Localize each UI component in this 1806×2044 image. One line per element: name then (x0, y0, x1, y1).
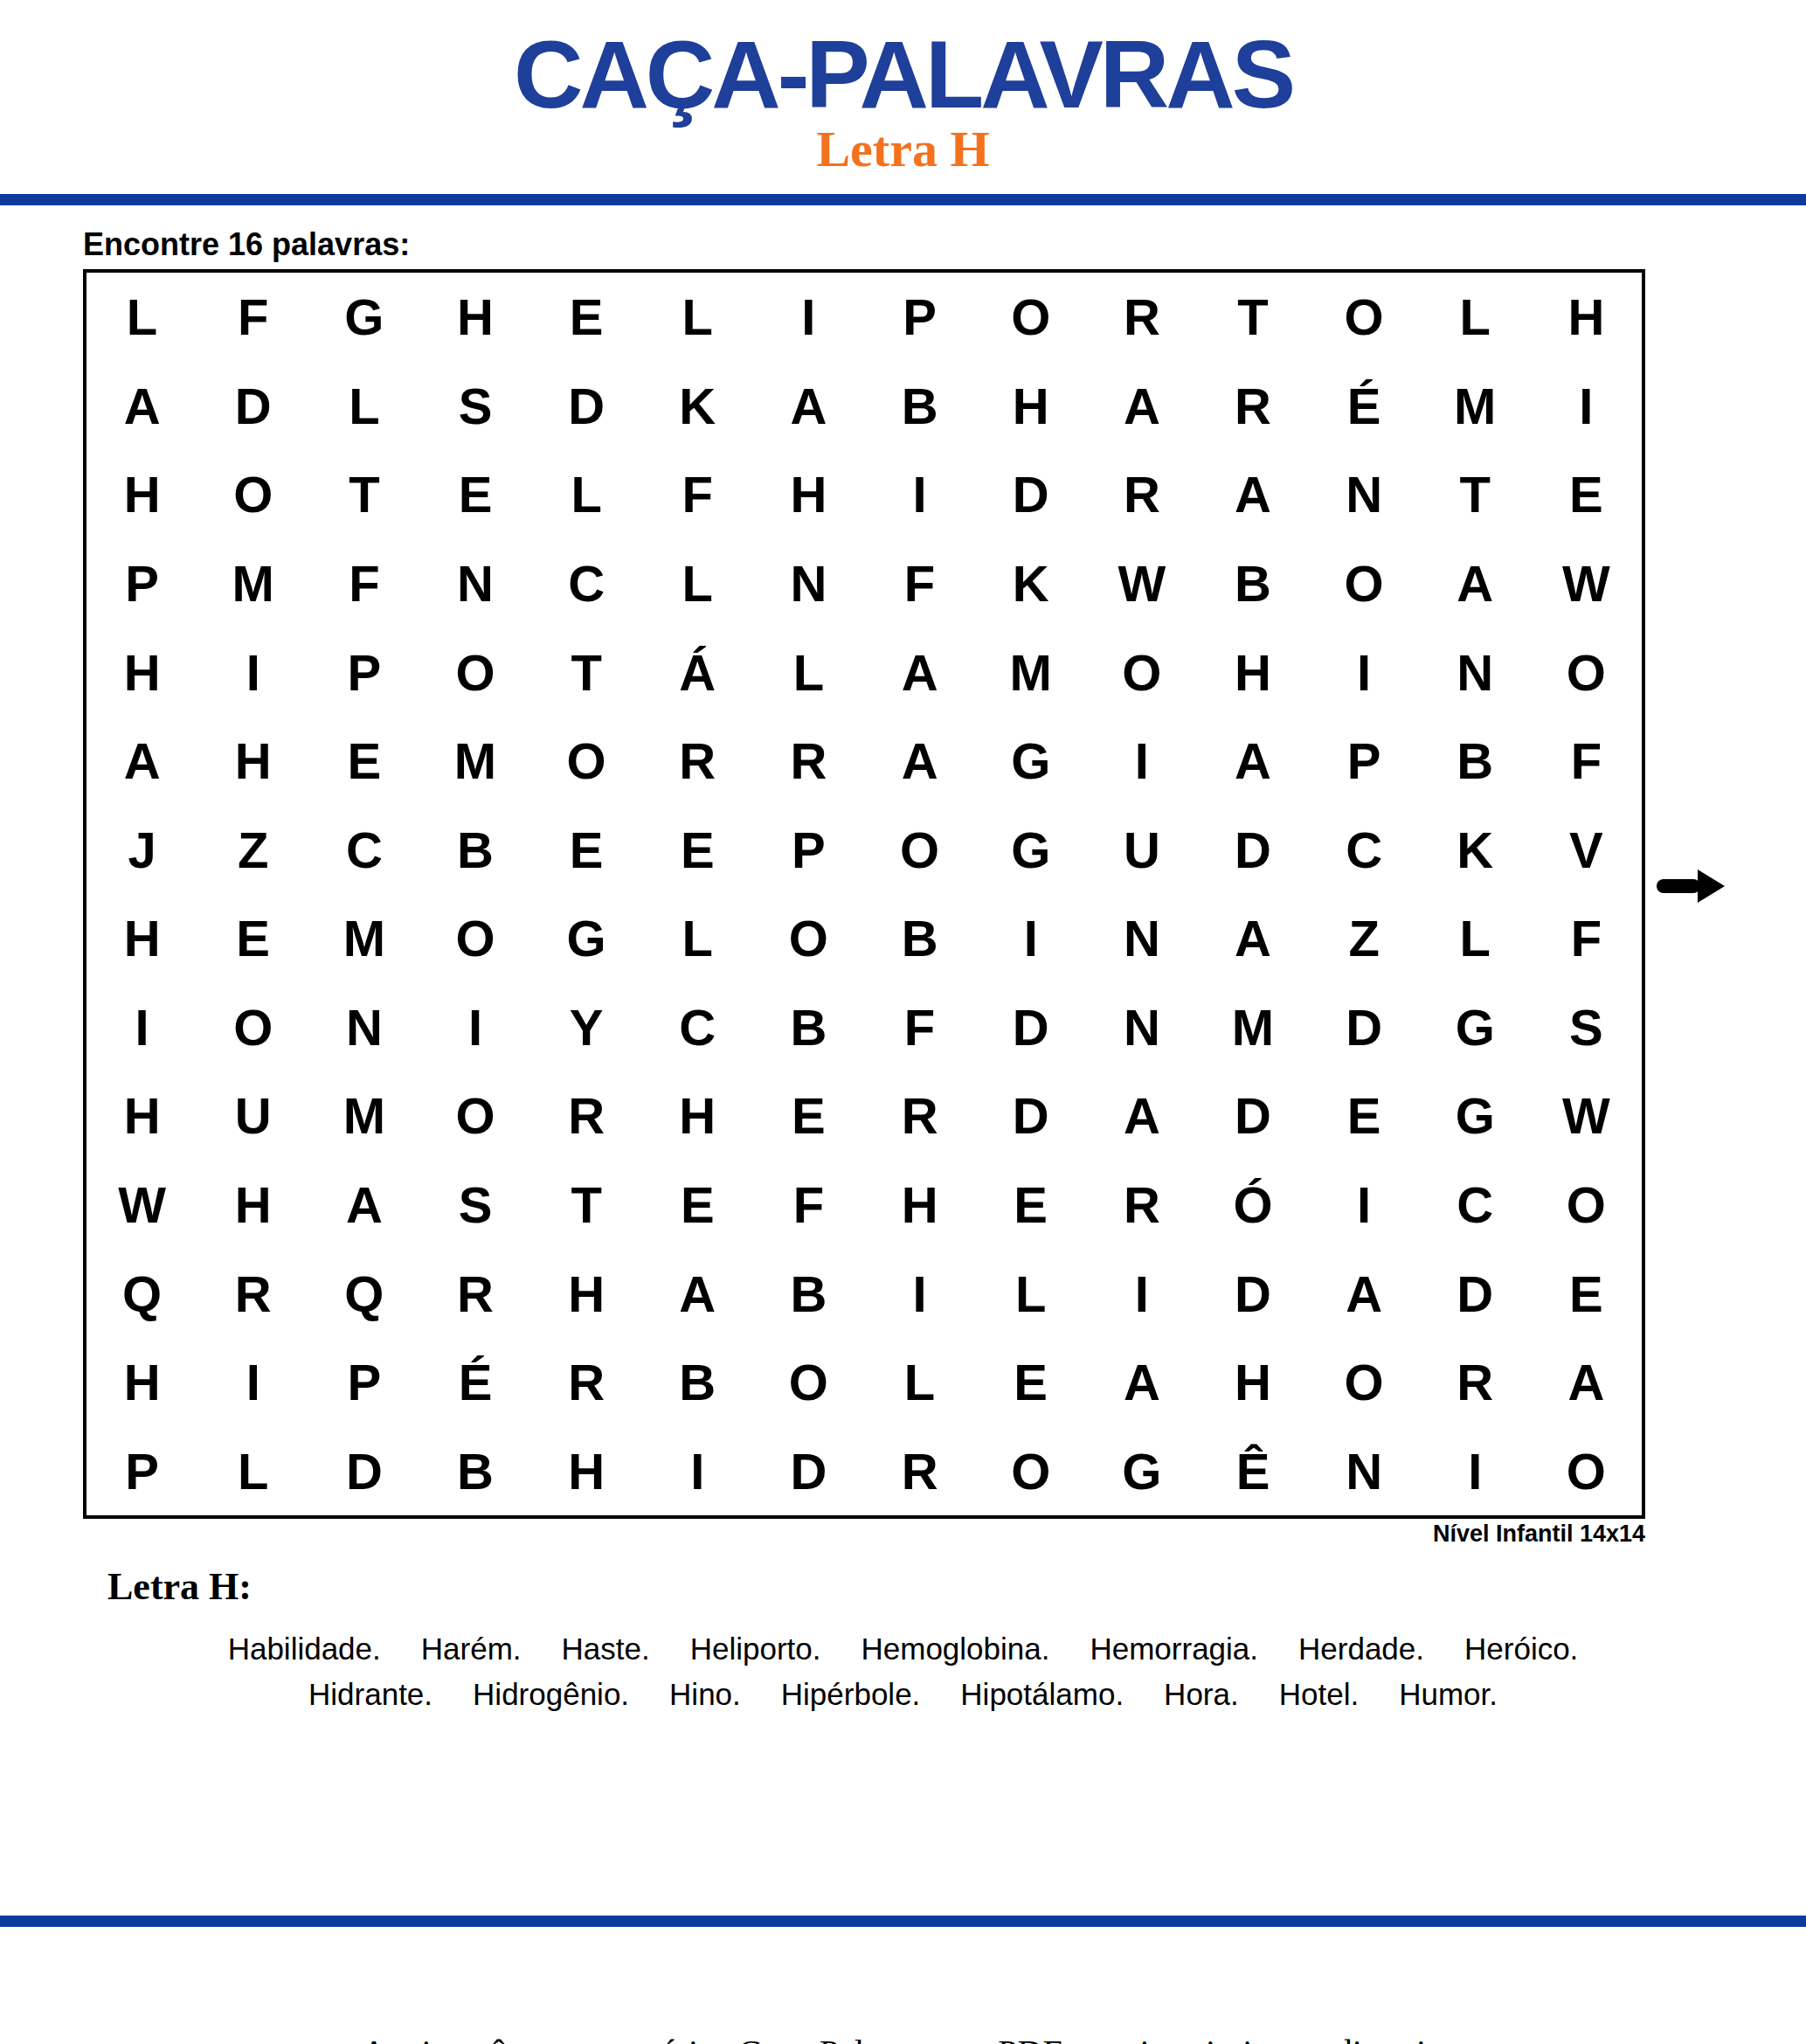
grid-cell[interactable]: M (1197, 983, 1308, 1072)
grid-cell[interactable]: F (864, 539, 975, 628)
grid-cell[interactable]: T (308, 450, 419, 539)
grid-cell[interactable]: O (419, 1071, 530, 1161)
word-list-title: Letra H: (107, 1568, 252, 1606)
grid-cell[interactable]: A (1420, 539, 1531, 628)
grid-cell[interactable]: H (642, 1071, 753, 1161)
grid-cell[interactable]: C (642, 983, 753, 1072)
grid-cell[interactable]: U (197, 1071, 308, 1161)
page-subtitle: Letra H (0, 124, 1806, 175)
grid-cell[interactable]: M (975, 627, 1086, 717)
word-list-item: Hidrante. (308, 1679, 432, 1709)
grid-cell[interactable]: O (1309, 539, 1420, 628)
grid-cell[interactable]: D (1197, 805, 1308, 894)
word-search-grid[interactable]: LFGHELIPORTOLHADLSDKABHARÉMIHOTELFHIDRAN… (83, 269, 1645, 1519)
grid-cell[interactable]: E (531, 273, 642, 362)
grid-cell[interactable]: A (642, 1249, 753, 1338)
grid-cell[interactable]: P (308, 627, 419, 717)
grid-cell[interactable]: A (1197, 894, 1308, 983)
grid-cell[interactable]: O (1531, 627, 1642, 717)
grid-cell[interactable]: L (308, 362, 419, 451)
grid-cell[interactable]: O (419, 627, 530, 717)
grid-cell[interactable]: H (86, 1338, 197, 1427)
grid-cell[interactable]: H (1197, 627, 1308, 717)
grid-cell[interactable]: F (642, 450, 753, 539)
grid-cell[interactable]: B (419, 1426, 530, 1515)
instruction-label: Encontre 16 palavras: (83, 229, 410, 260)
word-list-item: Heróico. (1464, 1633, 1578, 1664)
grid-cell[interactable]: O (975, 273, 1086, 362)
grid-cell[interactable]: Ó (1197, 1161, 1308, 1250)
grid-cell[interactable]: I (197, 1338, 308, 1427)
level-label: Nível Infantil 14x14 (1433, 1522, 1645, 1546)
grid-cell[interactable]: G (975, 805, 1086, 894)
word-list-item: Herdade. (1298, 1633, 1424, 1664)
word-list-item: Humor. (1399, 1679, 1498, 1709)
grid-cell[interactable]: D (1309, 983, 1420, 1072)
grid-cell[interactable]: O (419, 894, 530, 983)
grid-cell[interactable]: P (308, 1338, 419, 1427)
grid-cell[interactable]: S (419, 362, 530, 451)
grid-cell[interactable]: V (1531, 805, 1642, 894)
grid-cell[interactable]: E (1309, 1071, 1420, 1161)
page: CAÇA-PALAVRAS Letra H Encontre 16 palavr… (0, 0, 1806, 2044)
grid-cell[interactable]: F (197, 273, 308, 362)
grid-cell[interactable]: D (975, 983, 1086, 1072)
grid-cell[interactable]: H (753, 450, 864, 539)
grid-cell[interactable]: O (753, 1338, 864, 1427)
grid-cell[interactable]: E (1531, 450, 1642, 539)
grid-cell[interactable]: D (531, 362, 642, 451)
grid-cell[interactable]: L (642, 894, 753, 983)
grid-cell[interactable]: Á (642, 627, 753, 717)
grid-cell[interactable]: D (1420, 1249, 1531, 1338)
grid-cell[interactable]: P (86, 1426, 197, 1515)
grid-cell[interactable]: B (864, 362, 975, 451)
grid-cell[interactable]: A (1197, 450, 1308, 539)
grid-cell[interactable]: H (197, 717, 308, 806)
grid-cell[interactable]: P (753, 805, 864, 894)
grid-cell[interactable]: A (1086, 362, 1197, 451)
grid-cell[interactable]: T (1420, 450, 1531, 539)
grid-cell[interactable]: H (86, 894, 197, 983)
footer: Aqui você encontra vários Caça-Palavras … (0, 1952, 1806, 2044)
grid-cell[interactable]: H (86, 450, 197, 539)
grid-cell[interactable]: T (531, 627, 642, 717)
grid-cell[interactable]: N (308, 983, 419, 1072)
grid-cell[interactable]: I (642, 1426, 753, 1515)
grid-cell[interactable]: R (531, 1338, 642, 1427)
grid-cell[interactable]: É (419, 1338, 530, 1427)
grid-cell[interactable]: O (531, 717, 642, 806)
grid-cell[interactable]: H (1197, 1338, 1308, 1427)
word-list-line-1: Habilidade.Harém.Haste.Heliporto.Hemoglo… (0, 1633, 1806, 1664)
right-arrow-tail (1657, 879, 1700, 893)
grid-cell[interactable]: L (975, 1249, 1086, 1338)
grid-cell[interactable]: O (1309, 273, 1420, 362)
grid-cell[interactable]: B (642, 1338, 753, 1427)
grid-cell[interactable]: E (531, 805, 642, 894)
grid-cell[interactable]: Q (308, 1249, 419, 1338)
grid-cell[interactable]: R (1086, 273, 1197, 362)
word-list-item: Hemorragia. (1090, 1633, 1258, 1664)
grid-cell[interactable]: N (1086, 894, 1197, 983)
grid-cell[interactable]: D (308, 1426, 419, 1515)
grid-cell[interactable]: D (1197, 1249, 1308, 1338)
grid-cell[interactable]: B (1420, 717, 1531, 806)
grid-cell[interactable]: Q (86, 1249, 197, 1338)
word-list-item: Hidrogênio. (473, 1679, 629, 1709)
grid-cell[interactable]: C (531, 539, 642, 628)
grid-cell[interactable]: H (1531, 273, 1642, 362)
grid-cell[interactable]: M (308, 894, 419, 983)
grid-cell[interactable]: D (197, 362, 308, 451)
grid-cell[interactable]: F (1531, 717, 1642, 806)
grid-cell[interactable]: Z (197, 805, 308, 894)
grid-cell[interactable]: P (86, 539, 197, 628)
grid-cell[interactable]: R (197, 1249, 308, 1338)
grid-cell[interactable]: L (864, 1338, 975, 1427)
grid-cell[interactable]: O (1309, 1338, 1420, 1427)
grid-cell[interactable]: J (86, 805, 197, 894)
grid-cell[interactable]: T (531, 1161, 642, 1250)
grid-cell[interactable]: I (1086, 717, 1197, 806)
grid-cell[interactable]: N (1420, 627, 1531, 717)
grid-cell[interactable]: M (419, 717, 530, 806)
grid-cell[interactable]: F (753, 1161, 864, 1250)
grid-cell[interactable]: I (1531, 362, 1642, 451)
grid-cell[interactable]: R (864, 1071, 975, 1161)
grid-cell[interactable]: T (1197, 273, 1308, 362)
grid-cell[interactable]: A (86, 362, 197, 451)
grid-cell[interactable]: G (308, 273, 419, 362)
grid-cell[interactable]: K (975, 539, 1086, 628)
grid-cell[interactable]: D (975, 450, 1086, 539)
grid-cell[interactable]: G (531, 894, 642, 983)
grid-cell[interactable]: B (864, 894, 975, 983)
word-list-item: Hino. (669, 1679, 741, 1709)
grid-cell[interactable]: D (975, 1071, 1086, 1161)
word-list-item: Heliporto. (690, 1633, 821, 1664)
grid-cell[interactable]: H (531, 1426, 642, 1515)
grid-cell[interactable]: S (419, 1161, 530, 1250)
grid-cell[interactable]: M (308, 1071, 419, 1161)
grid-cell[interactable]: H (975, 362, 1086, 451)
grid-cell[interactable]: I (864, 1249, 975, 1338)
grid-cell[interactable]: H (86, 627, 197, 717)
grid-cell[interactable]: W (1531, 1071, 1642, 1161)
grid-cell[interactable]: R (1086, 1161, 1197, 1250)
grid-cell[interactable]: B (1197, 539, 1308, 628)
grid-cell[interactable]: É (1309, 362, 1420, 451)
grid-cell[interactable]: O (1531, 1161, 1642, 1250)
grid-cell[interactable]: G (1086, 1426, 1197, 1515)
grid-cell[interactable]: O (197, 983, 308, 1072)
grid-cell[interactable]: C (1309, 805, 1420, 894)
grid-cell[interactable]: I (197, 627, 308, 717)
grid-cell[interactable]: R (642, 717, 753, 806)
grid-cell[interactable]: Y (531, 983, 642, 1072)
grid-cell[interactable]: A (1086, 1338, 1197, 1427)
word-list-item: Habilidade. (228, 1633, 381, 1664)
word-list-item: Haste. (562, 1633, 650, 1664)
word-list-item: Hemoglobina. (861, 1633, 1049, 1664)
word-list-line-2: Hidrante.Hidrogênio.Hino.Hipérbole.Hipot… (0, 1679, 1806, 1709)
grid-cell[interactable]: O (1086, 627, 1197, 717)
grid-cell[interactable]: I (1420, 1426, 1531, 1515)
word-list-item: Harém. (421, 1633, 522, 1664)
grid-cell[interactable]: L (1420, 273, 1531, 362)
grid-cell[interactable]: W (86, 1161, 197, 1250)
bottom-divider (0, 1916, 1806, 1927)
grid-cell[interactable]: L (642, 273, 753, 362)
grid-cell[interactable]: F (864, 983, 975, 1072)
grid-cell[interactable]: A (1197, 717, 1308, 806)
right-arrow-head (1698, 870, 1725, 903)
grid-cell[interactable]: M (1420, 362, 1531, 451)
grid-cell[interactable]: A (864, 717, 975, 806)
top-divider (0, 194, 1806, 205)
grid-cell[interactable]: L (1420, 894, 1531, 983)
grid-cell[interactable]: E (753, 1071, 864, 1161)
grid-cell[interactable]: Ê (1197, 1426, 1308, 1515)
grid-cell[interactable]: S (1531, 983, 1642, 1072)
footer-line-1: Aqui você encontra vários Caça-Palavras … (0, 2033, 1806, 2044)
grid-cell[interactable]: U (1086, 805, 1197, 894)
grid-cell[interactable]: F (1531, 894, 1642, 983)
grid-cell[interactable]: O (197, 450, 308, 539)
grid-cell[interactable]: O (753, 894, 864, 983)
grid-cell[interactable]: B (753, 1249, 864, 1338)
grid-cell[interactable]: R (1420, 1338, 1531, 1427)
grid-cell[interactable]: B (419, 805, 530, 894)
grid-cell[interactable]: G (1420, 983, 1531, 1072)
grid-cell[interactable]: L (753, 627, 864, 717)
grid-cell[interactable]: B (753, 983, 864, 1072)
grid-cell[interactable]: K (1420, 805, 1531, 894)
grid-cell[interactable]: L (642, 539, 753, 628)
grid-cell[interactable]: I (864, 450, 975, 539)
grid-cell[interactable]: R (864, 1426, 975, 1515)
grid-cell[interactable]: E (1531, 1249, 1642, 1338)
grid-cell[interactable]: G (975, 717, 1086, 806)
grid-cell[interactable]: A (86, 717, 197, 806)
grid-cell[interactable]: E (197, 894, 308, 983)
grid-cell[interactable]: I (1309, 627, 1420, 717)
page-title: CAÇA-PALAVRAS (0, 26, 1806, 122)
grid-cell[interactable]: L (197, 1426, 308, 1515)
grid-cell[interactable]: O (975, 1426, 1086, 1515)
grid-cell[interactable]: P (1309, 717, 1420, 806)
grid-cell[interactable]: G (1420, 1071, 1531, 1161)
grid-cell[interactable]: E (975, 1338, 1086, 1427)
grid-cell[interactable]: E (642, 1161, 753, 1250)
grid-cell[interactable]: L (86, 273, 197, 362)
grid-cell[interactable]: F (308, 539, 419, 628)
grid-cell[interactable]: W (1086, 539, 1197, 628)
grid-cell[interactable]: A (308, 1161, 419, 1250)
grid-cell[interactable]: I (753, 273, 864, 362)
grid-cell[interactable]: E (308, 717, 419, 806)
right-arrow-icon (1657, 870, 1725, 903)
grid-cell[interactable]: A (864, 627, 975, 717)
grid-cell[interactable]: N (419, 539, 530, 628)
grid-cell[interactable]: O (1531, 1426, 1642, 1515)
grid-cell[interactable]: N (753, 539, 864, 628)
grid-cell[interactable]: D (1197, 1071, 1308, 1161)
word-list-item: Hotel. (1279, 1679, 1359, 1709)
grid-cell[interactable]: H (419, 273, 530, 362)
grid-cell[interactable]: R (753, 717, 864, 806)
grid-cell[interactable]: C (308, 805, 419, 894)
grid-cell[interactable]: I (419, 983, 530, 1072)
grid-cell[interactable]: N (1086, 983, 1197, 1072)
grid-cell[interactable]: Z (1309, 894, 1420, 983)
grid-cell[interactable]: A (1309, 1249, 1420, 1338)
grid-cell[interactable]: I (1086, 1249, 1197, 1338)
grid-cell[interactable]: N (1309, 450, 1420, 539)
word-list-item: Hipotálamo. (960, 1679, 1124, 1709)
grid-cell[interactable]: I (975, 894, 1086, 983)
grid-cell[interactable]: H (197, 1161, 308, 1250)
grid-cell[interactable]: W (1531, 539, 1642, 628)
word-list-item: Hora. (1164, 1679, 1239, 1709)
grid-cell[interactable]: O (864, 805, 975, 894)
grid-cell[interactable]: E (419, 450, 530, 539)
grid-cell[interactable]: N (1309, 1426, 1420, 1515)
grid-cell[interactable]: R (1197, 362, 1308, 451)
grid-cell[interactable]: A (1531, 1338, 1642, 1427)
grid-cell[interactable]: L (531, 450, 642, 539)
grid-cell[interactable]: D (753, 1426, 864, 1515)
grid-cell[interactable]: E (975, 1161, 1086, 1250)
word-list-item: Hipérbole. (781, 1679, 921, 1709)
grid-cell[interactable]: M (197, 539, 308, 628)
grid-cell[interactable]: H (864, 1161, 975, 1250)
grid-cell[interactable]: H (531, 1249, 642, 1338)
grid-cell[interactable]: R (1086, 450, 1197, 539)
grid-cell[interactable]: E (642, 805, 753, 894)
grid-cell[interactable]: C (1420, 1161, 1531, 1250)
grid-cell[interactable]: A (1086, 1071, 1197, 1161)
grid-cell[interactable]: I (1309, 1161, 1420, 1250)
grid-cell[interactable]: P (864, 273, 975, 362)
grid-cell[interactable]: K (642, 362, 753, 451)
grid-cell[interactable]: H (86, 1071, 197, 1161)
grid-cell[interactable]: A (753, 362, 864, 451)
grid-cell[interactable]: R (419, 1249, 530, 1338)
grid-cell[interactable]: R (531, 1071, 642, 1161)
grid-cell[interactable]: I (86, 983, 197, 1072)
